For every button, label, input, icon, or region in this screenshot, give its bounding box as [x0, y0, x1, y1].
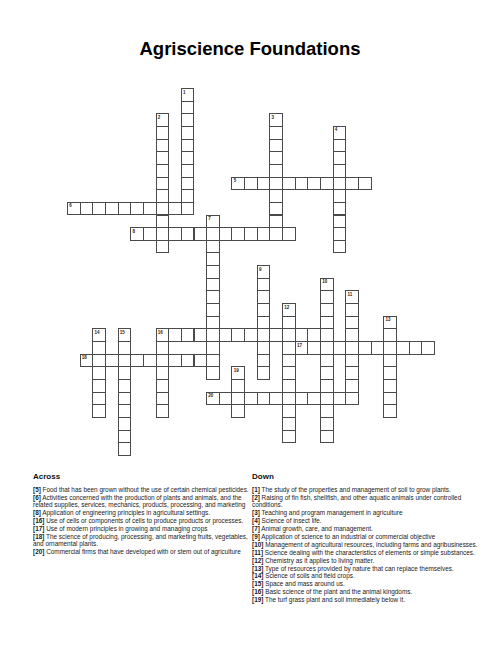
- crossword-cell[interactable]: [320, 177, 334, 191]
- crossword-cell[interactable]: [345, 392, 359, 406]
- crossword-cell[interactable]: [333, 215, 347, 229]
- across-clue-5: [5] Food that has been grown without the…: [33, 486, 249, 493]
- across-clue-list: [5] Food that has been grown without the…: [33, 486, 249, 556]
- down-clue-1: [1] The study of the properties and mana…: [252, 486, 478, 493]
- crossword-cell[interactable]: [118, 417, 132, 431]
- crossword-worksheet: Agriscience Foundations 1234567891011121…: [0, 0, 500, 647]
- crossword-cell[interactable]: [143, 227, 157, 241]
- crossword-cell[interactable]: [320, 379, 334, 393]
- crossword-cell[interactable]: [118, 442, 132, 456]
- crossword-cell[interactable]: [307, 341, 321, 355]
- crossword-cell[interactable]: [206, 354, 220, 368]
- crossword-cell[interactable]: 8: [130, 227, 144, 241]
- crossword-cell[interactable]: [333, 139, 347, 153]
- crossword-cell[interactable]: [282, 227, 296, 241]
- crossword-cell[interactable]: [320, 290, 334, 304]
- crossword-cell[interactable]: [307, 328, 321, 342]
- crossword-cell[interactable]: [118, 404, 132, 418]
- down-clue-3: [3] Teaching and program management in a…: [252, 509, 478, 516]
- cell-number: 11: [347, 292, 352, 297]
- crossword-cell[interactable]: [231, 227, 245, 241]
- crossword-cell[interactable]: 19: [231, 366, 245, 380]
- crossword-cell[interactable]: [156, 240, 170, 254]
- clue-number: [13]: [252, 565, 263, 572]
- crossword-cell[interactable]: [358, 341, 372, 355]
- crossword-cell[interactable]: [105, 354, 119, 368]
- crossword-cell[interactable]: [307, 177, 321, 191]
- crossword-cell[interactable]: [333, 151, 347, 165]
- crossword-cell[interactable]: [345, 316, 359, 330]
- crossword-cell[interactable]: [345, 379, 359, 393]
- crossword-grid: 1234567891011121314151617181920: [67, 88, 435, 456]
- crossword-cell[interactable]: [156, 151, 170, 165]
- clue-number: [4]: [252, 517, 260, 524]
- crossword-cell[interactable]: [345, 354, 359, 368]
- crossword-cell[interactable]: [383, 366, 397, 380]
- crossword-cell[interactable]: [194, 227, 208, 241]
- crossword-cell[interactable]: [181, 164, 195, 178]
- crossword-cell[interactable]: [92, 341, 106, 355]
- crossword-cell[interactable]: [383, 404, 397, 418]
- crossword-cell[interactable]: [244, 177, 258, 191]
- crossword-cell[interactable]: [383, 392, 397, 406]
- crossword-cell[interactable]: [156, 189, 170, 203]
- crossword-cell[interactable]: [282, 392, 296, 406]
- crossword-cell[interactable]: [333, 392, 347, 406]
- crossword-cell[interactable]: [231, 379, 245, 393]
- crossword-cell[interactable]: [206, 366, 220, 380]
- crossword-cell[interactable]: [345, 328, 359, 342]
- clue-number: [2]: [252, 494, 260, 501]
- down-clue-4: [4] Science of insect life.: [252, 517, 478, 524]
- crossword-cell[interactable]: [156, 404, 170, 418]
- crossword-cell[interactable]: [383, 328, 397, 342]
- crossword-cell[interactable]: [156, 341, 170, 355]
- down-clue-9: [9] Application of science to an industr…: [252, 533, 478, 540]
- down-clue-14: [14] Science of soils and field crops.: [252, 572, 478, 579]
- across-clue-18: [18] The science of producing, processin…: [33, 533, 249, 548]
- crossword-cell[interactable]: [320, 341, 334, 355]
- crossword-cell[interactable]: 12: [282, 303, 296, 317]
- crossword-cell[interactable]: [295, 328, 309, 342]
- crossword-cell[interactable]: [156, 202, 170, 216]
- crossword-cell[interactable]: [295, 177, 309, 191]
- crossword-cell[interactable]: 3: [269, 113, 283, 127]
- crossword-cell[interactable]: [105, 202, 119, 216]
- crossword-cell[interactable]: [168, 202, 182, 216]
- crossword-cell[interactable]: 16: [156, 328, 170, 342]
- clue-number: [18]: [33, 533, 44, 540]
- crossword-cell[interactable]: [345, 303, 359, 317]
- crossword-cell[interactable]: [206, 316, 220, 330]
- clue-number: [12]: [252, 557, 263, 564]
- crossword-cell[interactable]: [231, 328, 245, 342]
- crossword-cell[interactable]: [244, 227, 258, 241]
- crossword-cell[interactable]: [92, 379, 106, 393]
- crossword-cell[interactable]: [156, 177, 170, 191]
- crossword-cell[interactable]: [320, 392, 334, 406]
- down-clue-13: [13] Type of resources provided by natur…: [252, 565, 478, 572]
- down-clue-19: [19] The turf grass plant and soil immed…: [252, 596, 478, 603]
- crossword-cell[interactable]: [118, 366, 132, 380]
- cell-number: 17: [297, 343, 302, 348]
- crossword-cell[interactable]: [206, 240, 220, 254]
- crossword-cell[interactable]: [156, 227, 170, 241]
- crossword-cell[interactable]: [282, 177, 296, 191]
- crossword-cell[interactable]: [231, 392, 245, 406]
- crossword-cell[interactable]: [206, 303, 220, 317]
- crossword-cell[interactable]: [92, 404, 106, 418]
- clue-number: [14]: [252, 572, 263, 579]
- cell-number: 3: [272, 115, 275, 120]
- crossword-cell[interactable]: [80, 202, 94, 216]
- crossword-cell[interactable]: [168, 354, 182, 368]
- clue-number: [5]: [33, 486, 41, 493]
- crossword-cell[interactable]: [269, 202, 283, 216]
- crossword-cell[interactable]: [333, 227, 347, 241]
- crossword-cell[interactable]: [333, 341, 347, 355]
- crossword-cell[interactable]: [396, 341, 410, 355]
- crossword-cell[interactable]: [156, 215, 170, 229]
- cell-number: 16: [158, 330, 163, 335]
- crossword-cell[interactable]: [130, 202, 144, 216]
- crossword-cell[interactable]: [257, 366, 271, 380]
- crossword-cell[interactable]: [194, 328, 208, 342]
- cell-number: 1: [183, 90, 186, 95]
- cell-number: 14: [94, 330, 99, 335]
- crossword-cell[interactable]: [206, 290, 220, 304]
- crossword-cell[interactable]: [282, 417, 296, 431]
- down-clue-12: [12] Chemistry as it applies to living m…: [252, 557, 478, 564]
- cell-number: 19: [234, 368, 239, 373]
- crossword-cell[interactable]: [181, 177, 195, 191]
- crossword-cell[interactable]: 2: [156, 113, 170, 127]
- clue-number: [16]: [252, 588, 263, 595]
- crossword-cell[interactable]: 14: [92, 328, 106, 342]
- down-header: Down: [252, 472, 478, 481]
- crossword-cell[interactable]: [219, 328, 233, 342]
- crossword-cell[interactable]: [168, 328, 182, 342]
- crossword-cell[interactable]: [421, 341, 435, 355]
- crossword-cell[interactable]: [320, 328, 334, 342]
- crossword-cell[interactable]: 5: [231, 177, 245, 191]
- clue-number: [6]: [33, 494, 41, 501]
- crossword-cell[interactable]: [269, 177, 283, 191]
- cell-number: 15: [120, 330, 125, 335]
- crossword-cell[interactable]: [257, 290, 271, 304]
- crossword-cell[interactable]: [269, 164, 283, 178]
- crossword-cell[interactable]: [244, 328, 258, 342]
- clue-number: [20]: [33, 548, 44, 555]
- crossword-cell[interactable]: [269, 227, 283, 241]
- across-header: Across: [33, 472, 249, 481]
- crossword-cell[interactable]: [282, 404, 296, 418]
- crossword-cell[interactable]: [320, 303, 334, 317]
- crossword-cell[interactable]: [156, 139, 170, 153]
- crossword-cell[interactable]: [282, 379, 296, 393]
- crossword-cell[interactable]: 18: [80, 354, 94, 368]
- crossword-cell[interactable]: [257, 341, 271, 355]
- crossword-cell[interactable]: [156, 366, 170, 380]
- crossword-cell[interactable]: [371, 341, 385, 355]
- crossword-cell[interactable]: [118, 379, 132, 393]
- crossword-cell[interactable]: [181, 227, 195, 241]
- crossword-cell[interactable]: [181, 328, 195, 342]
- crossword-cell[interactable]: [92, 366, 106, 380]
- crossword-cell[interactable]: [295, 392, 309, 406]
- crossword-cell[interactable]: [206, 227, 220, 241]
- crossword-cell[interactable]: [333, 189, 347, 203]
- crossword-cell[interactable]: [206, 278, 220, 292]
- clue-number: [17]: [33, 525, 44, 532]
- down-clue-15: [15] Space and mass around us.: [252, 580, 478, 587]
- cell-number: 4: [335, 127, 338, 132]
- down-clue-7: [7] Animal growth, care, and management.: [252, 525, 478, 532]
- crossword-cell[interactable]: [181, 139, 195, 153]
- crossword-cell[interactable]: [244, 392, 258, 406]
- cell-number: 10: [322, 279, 327, 284]
- crossword-cell[interactable]: [282, 341, 296, 355]
- crossword-cell[interactable]: [282, 366, 296, 380]
- down-clue-11: [11] Science dealing with the characteri…: [252, 549, 478, 556]
- down-clue-2: [2] Raising of fin fish, shellfish, and …: [252, 494, 478, 509]
- crossword-cell[interactable]: [383, 341, 397, 355]
- crossword-cell[interactable]: [333, 177, 347, 191]
- crossword-cell[interactable]: [118, 430, 132, 444]
- crossword-cell[interactable]: [206, 265, 220, 279]
- cell-number: 7: [208, 216, 211, 221]
- crossword-cell[interactable]: [130, 354, 144, 368]
- crossword-cell[interactable]: 4: [333, 126, 347, 140]
- clue-number: [3]: [252, 509, 260, 516]
- crossword-cell[interactable]: [206, 328, 220, 342]
- crossword-cell[interactable]: 13: [383, 316, 397, 330]
- clue-number: [15]: [252, 580, 263, 587]
- cell-number: 2: [158, 115, 161, 120]
- crossword-cell[interactable]: [181, 126, 195, 140]
- clue-number: [11]: [252, 549, 263, 556]
- crossword-cell[interactable]: [282, 328, 296, 342]
- crossword-cell[interactable]: [383, 379, 397, 393]
- crossword-cell[interactable]: [257, 227, 271, 241]
- crossword-cell[interactable]: [118, 392, 132, 406]
- cell-number: 20: [208, 393, 213, 398]
- crossword-cell[interactable]: [320, 404, 334, 418]
- crossword-cell[interactable]: 1: [181, 88, 195, 102]
- crossword-cell[interactable]: [269, 392, 283, 406]
- crossword-cell[interactable]: [219, 392, 233, 406]
- crossword-cell[interactable]: [257, 354, 271, 368]
- crossword-cell[interactable]: [156, 354, 170, 368]
- down-clue-16: [16] Basic science of the plant and the …: [252, 588, 478, 595]
- crossword-cell[interactable]: [118, 354, 132, 368]
- crossword-cell[interactable]: [307, 392, 321, 406]
- down-clue-10: [10] Management of agricultural resource…: [252, 541, 478, 548]
- crossword-cell[interactable]: [181, 354, 195, 368]
- crossword-cell[interactable]: [257, 278, 271, 292]
- crossword-cell[interactable]: [282, 354, 296, 368]
- across-clue-16: [16] Use of cells or components of cells…: [33, 517, 249, 524]
- crossword-cell[interactable]: [320, 417, 334, 431]
- crossword-cell[interactable]: [92, 202, 106, 216]
- clue-number: [19]: [252, 596, 263, 603]
- crossword-cell[interactable]: [269, 126, 283, 140]
- clue-number: [7]: [252, 525, 260, 532]
- crossword-cell[interactable]: [168, 227, 182, 241]
- crossword-cell[interactable]: 9: [257, 265, 271, 279]
- cell-number: 6: [69, 203, 72, 208]
- across-clues-column: Across [5] Food that has been grown with…: [33, 472, 249, 556]
- crossword-cell[interactable]: [409, 341, 423, 355]
- crossword-cell[interactable]: 17: [295, 341, 309, 355]
- crossword-cell[interactable]: [257, 316, 271, 330]
- crossword-cell[interactable]: [181, 202, 195, 216]
- crossword-cell[interactable]: [219, 227, 233, 241]
- crossword-cell[interactable]: [143, 354, 157, 368]
- cell-number: 12: [284, 305, 289, 310]
- crossword-cell[interactable]: [231, 404, 245, 418]
- crossword-cell[interactable]: [333, 164, 347, 178]
- across-clue-17: [17] Use of modern principles in growing…: [33, 525, 249, 532]
- crossword-cell[interactable]: [269, 328, 283, 342]
- cell-number: 8: [132, 229, 135, 234]
- across-clue-8: [8] Application of engineering principle…: [33, 509, 249, 516]
- clue-number: [9]: [252, 533, 260, 540]
- crossword-cell[interactable]: [194, 354, 208, 368]
- crossword-cell[interactable]: [257, 328, 271, 342]
- crossword-cell[interactable]: [320, 354, 334, 368]
- crossword-cell[interactable]: [92, 392, 106, 406]
- crossword-cell[interactable]: [143, 202, 157, 216]
- crossword-cell[interactable]: 7: [206, 215, 220, 229]
- cell-number: 18: [82, 355, 87, 360]
- crossword-cell[interactable]: [118, 202, 132, 216]
- cell-number: 13: [385, 317, 390, 322]
- crossword-cell[interactable]: [345, 341, 359, 355]
- crossword-cell[interactable]: [320, 430, 334, 444]
- crossword-cell[interactable]: [269, 189, 283, 203]
- crossword-cell[interactable]: [206, 252, 220, 266]
- crossword-cell[interactable]: 10: [320, 278, 334, 292]
- clue-number: [16]: [33, 517, 44, 524]
- crossword-cell[interactable]: [282, 316, 296, 330]
- puzzle-title: Agriscience Foundations: [0, 38, 500, 60]
- crossword-cell[interactable]: 15: [118, 328, 132, 342]
- across-clue-6: [6] Activities concerned with the produc…: [33, 494, 249, 509]
- across-clue-20: [20] Commercial firms that have develope…: [33, 548, 249, 555]
- crossword-cell[interactable]: [345, 177, 359, 191]
- crossword-cell[interactable]: [269, 215, 283, 229]
- crossword-cell[interactable]: [358, 177, 372, 191]
- cell-number: 5: [234, 178, 237, 183]
- crossword-cell[interactable]: [282, 430, 296, 444]
- crossword-cell[interactable]: [333, 240, 347, 254]
- crossword-cell[interactable]: [320, 366, 334, 380]
- down-clues-column: Down [1] The study of the properties and…: [252, 472, 478, 604]
- crossword-cell[interactable]: [181, 151, 195, 165]
- clue-number: [8]: [33, 509, 41, 516]
- crossword-cell[interactable]: [345, 366, 359, 380]
- down-clue-list: [1] The study of the properties and mana…: [252, 486, 478, 604]
- crossword-cell[interactable]: [269, 151, 283, 165]
- crossword-cell[interactable]: [156, 164, 170, 178]
- crossword-cell[interactable]: 20: [206, 392, 220, 406]
- crossword-cell[interactable]: [383, 354, 397, 368]
- crossword-cell[interactable]: [181, 189, 195, 203]
- crossword-cell[interactable]: [156, 379, 170, 393]
- crossword-cell[interactable]: [269, 139, 283, 153]
- crossword-cell[interactable]: [181, 113, 195, 127]
- crossword-cell[interactable]: [118, 341, 132, 355]
- crossword-cell[interactable]: [156, 392, 170, 406]
- crossword-cell[interactable]: [257, 177, 271, 191]
- clue-number: [1]: [252, 486, 260, 493]
- crossword-cell[interactable]: 11: [345, 290, 359, 304]
- crossword-cell[interactable]: [181, 101, 195, 115]
- crossword-cell[interactable]: [257, 303, 271, 317]
- crossword-cell[interactable]: [156, 126, 170, 140]
- crossword-cell[interactable]: [257, 392, 271, 406]
- clue-number: [10]: [252, 541, 263, 548]
- crossword-cell[interactable]: [333, 202, 347, 216]
- crossword-cell[interactable]: [320, 316, 334, 330]
- cell-number: 9: [259, 267, 262, 272]
- crossword-cell[interactable]: 6: [67, 202, 81, 216]
- crossword-cell[interactable]: [206, 341, 220, 355]
- crossword-cell[interactable]: [92, 354, 106, 368]
